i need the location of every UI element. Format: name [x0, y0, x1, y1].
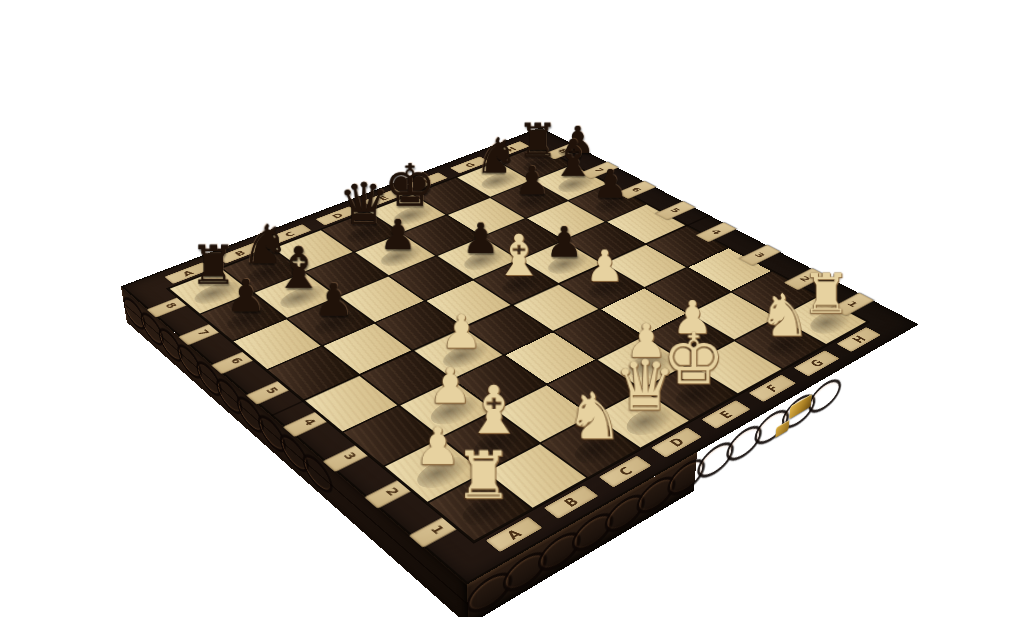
- piece-shadow: [589, 192, 642, 217]
- coordinate-label: 4: [696, 222, 737, 242]
- chess-board-grid: ♜♞♛♚♞♜♟♝♟♟♝♟♟♟♝♟♟♟♟♟♝♟♟♜♞♛♚♞♜: [167, 145, 869, 542]
- square-g7[interactable]: ♟: [491, 181, 566, 218]
- square-h5[interactable]: [607, 205, 685, 244]
- piece-black-bishop[interactable]: ♝: [273, 239, 325, 297]
- square-f7[interactable]: [448, 198, 525, 236]
- rank8-letter-strip: ABCDEFGH: [155, 138, 538, 289]
- chess-set: ABCDEFGH 87654321 ♜♞♛♚♞♜♟♝♟♟♝♟♟♟♝♟♟♟♟♟♝♟…: [229, 22, 795, 588]
- photo-canvas: ABCDEFGH 87654321 ♜♞♛♚♞♜♟♝♟♟♝♟♟♟♝♟♟♟♟♟♝♟…: [0, 0, 1024, 617]
- label-top-g: G: [442, 153, 498, 177]
- square-g5[interactable]: [565, 222, 644, 262]
- square-g6[interactable]: [527, 201, 604, 239]
- piece-shadow: [475, 169, 527, 193]
- square-c7[interactable]: [306, 253, 387, 296]
- board-3d-scene: ABCDEFGH 87654321 ♜♞♛♚♞♜♟♝♟♟♝♟♟♟♝♟♟♟♟♟♝♟…: [121, 127, 919, 584]
- square-h6[interactable]: ♟: [569, 184, 645, 221]
- piece-black-pawn[interactable]: ♟: [226, 274, 266, 319]
- piece-black-pawn[interactable]: ♟: [462, 218, 500, 260]
- square-f8[interactable]: [414, 178, 489, 214]
- coordinate-label: C: [267, 224, 311, 244]
- piece-black-queen[interactable]: ♛: [338, 176, 389, 233]
- square-h3[interactable]: [689, 248, 771, 291]
- carved-ring: [604, 487, 645, 539]
- piece-shadow: [541, 249, 598, 277]
- piece-black-pawn[interactable]: ♟: [545, 221, 583, 263]
- carved-ring: [571, 506, 613, 559]
- frame-corner-h8: [524, 132, 554, 146]
- piece-shadow: [517, 153, 568, 176]
- coordinate-label: B: [217, 243, 263, 264]
- coordinate-label: 5: [655, 201, 695, 220]
- label-right-6: 6: [609, 176, 664, 203]
- carved-ring: [538, 525, 581, 579]
- piece-shadow: [274, 282, 334, 313]
- piece-shadow: [495, 269, 553, 299]
- piece-shadow: [510, 188, 563, 213]
- label-right-7: 7: [572, 157, 625, 183]
- square-d5[interactable]: [426, 281, 510, 327]
- label-right-5: 5: [647, 196, 704, 225]
- piece-white-bishop[interactable]: ♝: [493, 227, 544, 284]
- piece-shadow: [188, 278, 248, 308]
- carved-ring: [807, 373, 843, 419]
- square-f4[interactable]: ♟: [560, 264, 643, 308]
- carved-ring: [467, 565, 511, 617]
- square-e5[interactable]: ♝: [475, 260, 558, 304]
- square-d6[interactable]: [390, 257, 472, 301]
- coordinate-label: D: [316, 206, 359, 225]
- square-f5[interactable]: ♟: [521, 241, 602, 283]
- square-d7[interactable]: ♟: [355, 234, 435, 275]
- piece-shadow: [553, 146, 585, 161]
- square-c8[interactable]: [274, 230, 353, 271]
- square-b8[interactable]: ♞: [223, 249, 304, 292]
- label-top-b: B: [208, 239, 272, 268]
- coordinate-label: G: [450, 156, 490, 173]
- piece-black-rook[interactable]: ♜: [517, 118, 558, 164]
- piece-shadow: [552, 172, 604, 196]
- coordinate-label: E: [362, 189, 404, 207]
- piece-black-king[interactable]: ♚: [384, 157, 436, 215]
- square-e8[interactable]: ♚: [369, 195, 445, 233]
- piece-black-knight[interactable]: ♞: [475, 132, 519, 181]
- coordinate-label: 6: [616, 181, 655, 199]
- coordinate-label: 3: [739, 245, 780, 266]
- square-d8[interactable]: ♛: [322, 212, 400, 251]
- piece-shadow: [457, 246, 514, 274]
- label-top-c: C: [258, 220, 320, 248]
- carved-ring: [503, 544, 547, 599]
- piece-black-pawn[interactable]: ♟: [379, 214, 416, 256]
- piece-shadow: [241, 258, 300, 287]
- piece-black-pawn[interactable]: ♟: [514, 161, 549, 200]
- piece-shadow: [387, 202, 442, 228]
- piece-black-pawn[interactable]: ♟: [561, 122, 595, 159]
- piece-black-pawn[interactable]: ♟: [593, 165, 628, 204]
- coordinate-label: F: [407, 172, 448, 190]
- square-h8[interactable]: ♜: [499, 146, 571, 180]
- piece-shadow: [454, 487, 526, 532]
- square-f6[interactable]: [483, 219, 562, 259]
- h-file-number-strip: 8♟7654321: [538, 139, 886, 322]
- coordinate-label: 8: [544, 143, 582, 159]
- square-g4[interactable]: [604, 245, 686, 287]
- piece-black-bishop[interactable]: ♝: [550, 133, 596, 184]
- coordinate-label: H: [491, 141, 530, 157]
- square-h4[interactable]: [647, 226, 727, 267]
- label-right-8: 8♟: [538, 139, 589, 164]
- square-e7[interactable]: [403, 216, 481, 256]
- coordinate-label: 7: [579, 162, 618, 179]
- label-top-h: H: [484, 138, 538, 161]
- square-e6[interactable]: ♟: [438, 237, 518, 279]
- label-right-4: 4: [687, 217, 746, 247]
- piece-shadow: [341, 220, 397, 247]
- piece-shadow: [374, 242, 431, 270]
- piece-white-pawn[interactable]: ♟: [585, 244, 624, 287]
- piece-shadow: [581, 273, 639, 303]
- square-g8[interactable]: ♞: [457, 162, 531, 197]
- label-top-e: E: [354, 185, 413, 211]
- label-top-d: D: [307, 202, 367, 229]
- label-top-f: F: [399, 169, 456, 194]
- off-board-piece: ♟: [538, 139, 589, 164]
- piece-black-knight[interactable]: ♞: [241, 218, 289, 272]
- piece-black-pawn[interactable]: ♟: [313, 278, 353, 323]
- square-h7[interactable]: ♝: [533, 165, 607, 200]
- label-right-3: 3: [729, 239, 790, 271]
- board-frame: ABCDEFGH 87654321 ♜♞♛♚♞♜♟♝♟♟♝♟♟♟♝♟♟♟♟♟♝♟…: [121, 127, 919, 584]
- square-c5[interactable]: [376, 302, 462, 350]
